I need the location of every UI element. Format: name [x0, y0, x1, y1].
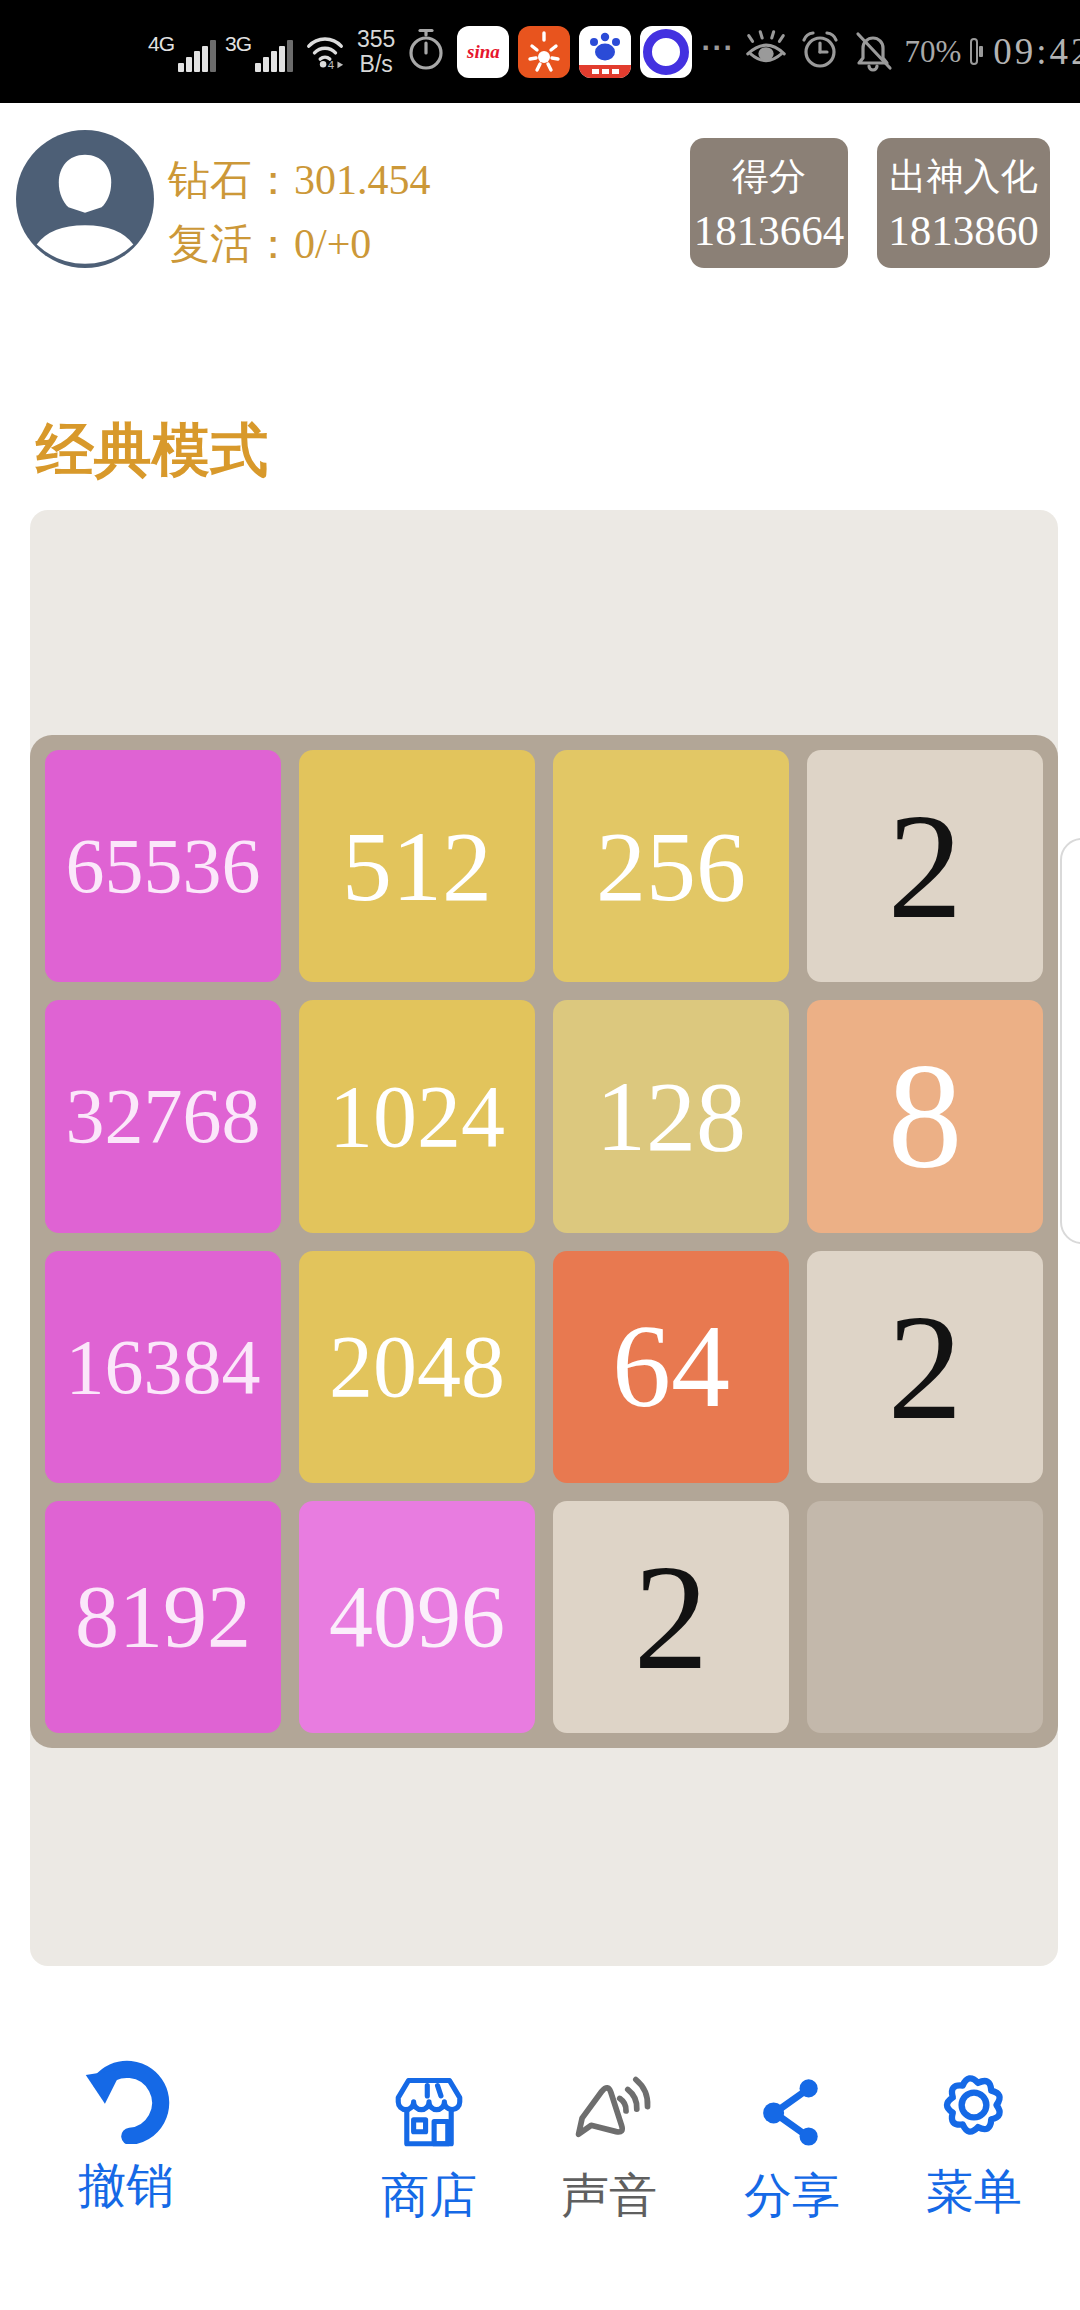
speed-unit: B/s: [357, 52, 395, 77]
ring-app-icon: [640, 26, 692, 78]
tile-512: 512: [299, 750, 535, 982]
speed-value: 355: [357, 27, 395, 52]
sound-button[interactable]: 声音: [521, 2058, 697, 2228]
tile-8: 8: [807, 1000, 1043, 1232]
share-icon: [750, 2058, 834, 2154]
sound-icon: [566, 2058, 652, 2154]
diamonds-line: 钻石：301.454: [168, 148, 431, 212]
baidu-tieba-app-icon: [579, 26, 631, 78]
eye-comfort-icon: [743, 28, 789, 76]
tile-4096: 4096: [299, 1501, 535, 1733]
sina-app-icon: sina: [457, 26, 509, 78]
shop-button[interactable]: 商店: [341, 2058, 517, 2228]
signal-3g-icon: 3G: [225, 32, 293, 72]
clock-time: 09:42: [993, 30, 1080, 73]
tile-256: 256: [553, 750, 789, 982]
menu-button[interactable]: 菜单: [886, 2054, 1062, 2224]
net-4g-label: 4G: [148, 32, 174, 56]
tile-65536: 65536: [45, 750, 281, 982]
gear-icon: [929, 2054, 1019, 2150]
tile-32768: 32768: [45, 1000, 281, 1232]
revive-line: 复活：0/+0: [168, 212, 431, 276]
overflow-dots-icon: ···: [701, 31, 734, 65]
tile-2: 2: [807, 1251, 1043, 1483]
status-bar: 4G 3G 4 355 B/s sina: [0, 0, 1080, 103]
tile-64: 64: [553, 1251, 789, 1483]
board-grid[interactable]: 6553651225623276810241288163842048642819…: [30, 735, 1058, 1748]
mode-title: 经典模式: [36, 412, 268, 490]
notifications-off-icon: [851, 28, 895, 76]
svg-text:4: 4: [328, 59, 335, 71]
battery-percent: 70%: [904, 34, 961, 70]
tile-2: 2: [807, 750, 1043, 982]
undo-icon: [80, 2048, 172, 2144]
tile-2048: 2048: [299, 1251, 535, 1483]
tile-8192: 8192: [45, 1501, 281, 1733]
miaopai-app-icon: [518, 26, 570, 78]
net-3g-label: 3G: [225, 32, 251, 56]
stopwatch-icon: [404, 26, 448, 78]
edge-drawer-handle[interactable]: [1060, 838, 1080, 1244]
battery-icon: [970, 38, 978, 65]
score-button[interactable]: 得分 1813664: [690, 138, 848, 268]
undo-button[interactable]: 撤销: [38, 2048, 214, 2218]
wifi-icon: 4: [302, 29, 348, 75]
shop-icon: [388, 2058, 470, 2154]
bottom-toolbar: 撤销 商店: [0, 2030, 1080, 2250]
tile-16384: 16384: [45, 1251, 281, 1483]
share-button[interactable]: 分享: [704, 2058, 880, 2228]
network-speed: 355 B/s: [357, 27, 395, 77]
alarm-clock-icon: [798, 28, 842, 76]
tile-1024: 1024: [299, 1000, 535, 1232]
signal-4g-icon: 4G: [148, 32, 216, 72]
tile-2: 2: [553, 1501, 789, 1733]
best-score-button[interactable]: 出神入化 1813860: [877, 138, 1050, 268]
tile-128: 128: [553, 1000, 789, 1232]
player-stats: 钻石：301.454 复活：0/+0: [168, 148, 431, 276]
empty-cell: [807, 1501, 1043, 1733]
avatar[interactable]: [16, 130, 154, 268]
